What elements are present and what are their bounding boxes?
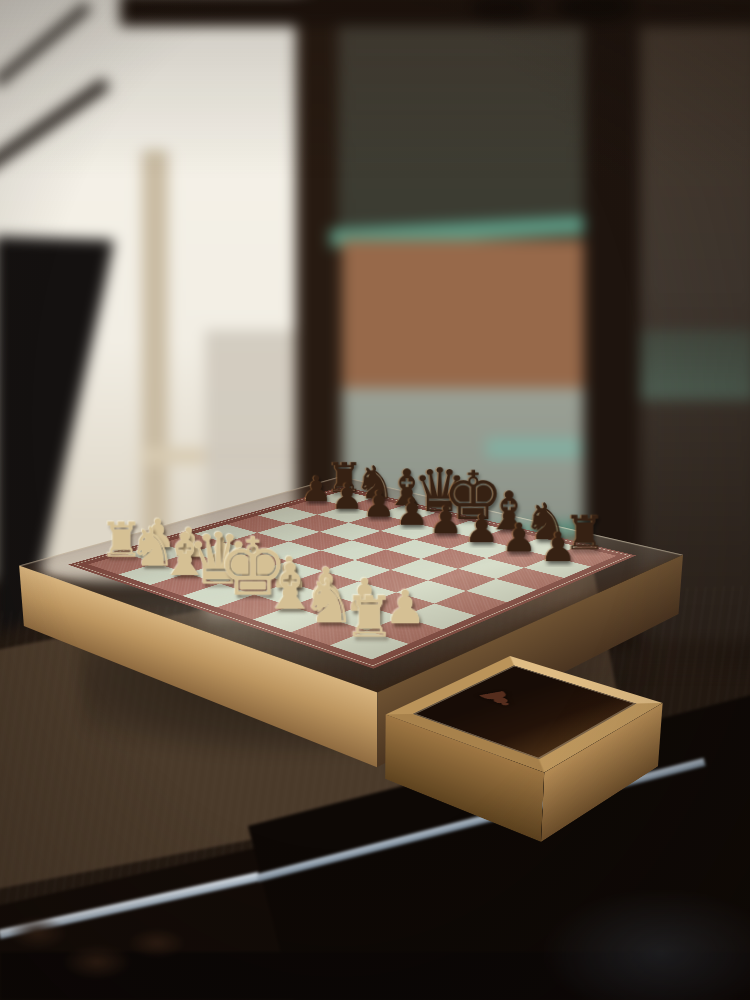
- floor-reflection-glow: [540, 888, 750, 1000]
- apron-carving-3: [128, 928, 186, 958]
- scene-chess-set-photo: ♟ ♜♞♝♛♚♝♞♜♟♟♟♟♟♟♟♟♟♟♟♟♟♟♟♟♜♞♝♛♚♝♞♜: [0, 0, 750, 1000]
- white-rook-h1[interactable]: ♜: [334, 578, 405, 644]
- apron-carving: [8, 916, 68, 950]
- chess-box: ♟ ♜♞♝♛♚♝♞♜♟♟♟♟♟♟♟♟♟♟♟♟♟♟♟♟♜♞♝♛♚♝♞♜: [19, 476, 683, 692]
- black-pawn-h7[interactable]: ♟: [527, 518, 588, 567]
- square-h5[interactable]: [466, 579, 536, 602]
- square-g6[interactable]: [458, 558, 525, 579]
- captured-piece-in-drawer[interactable]: ♟: [470, 687, 527, 710]
- square-h4[interactable]: [435, 591, 507, 615]
- square-h6[interactable]: [496, 568, 564, 590]
- apron-carving-2: [62, 944, 132, 980]
